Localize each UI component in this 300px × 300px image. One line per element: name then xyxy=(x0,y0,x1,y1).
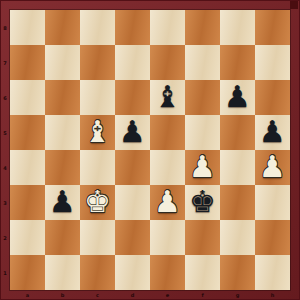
square-g3[interactable] xyxy=(220,185,255,220)
square-f3[interactable]: ♚ xyxy=(185,185,220,220)
rank-coordinates: 87654321 xyxy=(0,10,10,290)
piece-black-bishop-e6[interactable]: ♝ xyxy=(154,82,181,112)
square-c2[interactable] xyxy=(80,220,115,255)
piece-black-pawn-d5[interactable]: ♟ xyxy=(119,117,146,147)
piece-black-pawn-h5[interactable]: ♟ xyxy=(259,117,286,147)
square-g2[interactable] xyxy=(220,220,255,255)
square-f2[interactable] xyxy=(185,220,220,255)
square-f8[interactable] xyxy=(185,10,220,45)
rank-label-3: 3 xyxy=(0,185,10,220)
file-label-a: a xyxy=(10,290,45,300)
square-b2[interactable] xyxy=(45,220,80,255)
piece-white-king-c3[interactable]: ♚ xyxy=(84,187,111,217)
square-e5[interactable] xyxy=(150,115,185,150)
square-c7[interactable] xyxy=(80,45,115,80)
square-d8[interactable] xyxy=(115,10,150,45)
square-e4[interactable] xyxy=(150,150,185,185)
square-h7[interactable] xyxy=(255,45,290,80)
square-b3[interactable]: ♟ xyxy=(45,185,80,220)
piece-black-pawn-b3[interactable]: ♟ xyxy=(49,187,76,217)
rank-label-6: 6 xyxy=(0,80,10,115)
square-d6[interactable] xyxy=(115,80,150,115)
square-a1[interactable] xyxy=(10,255,45,290)
square-e7[interactable] xyxy=(150,45,185,80)
piece-white-pawn-f4[interactable]: ♟ xyxy=(189,152,216,182)
square-d5[interactable]: ♟ xyxy=(115,115,150,150)
square-d7[interactable] xyxy=(115,45,150,80)
square-h4[interactable]: ♟ xyxy=(255,150,290,185)
square-h8[interactable] xyxy=(255,10,290,45)
square-d2[interactable] xyxy=(115,220,150,255)
square-g1[interactable] xyxy=(220,255,255,290)
square-g6[interactable]: ♟ xyxy=(220,80,255,115)
piece-white-pawn-h4[interactable]: ♟ xyxy=(259,152,286,182)
square-e3[interactable]: ♟ xyxy=(150,185,185,220)
square-d1[interactable] xyxy=(115,255,150,290)
piece-black-pawn-g6[interactable]: ♟ xyxy=(224,82,251,112)
square-b4[interactable] xyxy=(45,150,80,185)
square-h1[interactable] xyxy=(255,255,290,290)
square-a5[interactable] xyxy=(10,115,45,150)
chess-board: ♝♟♝♟♟♟♟♟♚♟♚ xyxy=(10,10,290,290)
square-g7[interactable] xyxy=(220,45,255,80)
square-e8[interactable] xyxy=(150,10,185,45)
square-c8[interactable] xyxy=(80,10,115,45)
piece-white-pawn-e3[interactable]: ♟ xyxy=(154,187,181,217)
square-a8[interactable] xyxy=(10,10,45,45)
file-coordinates: abcdefgh xyxy=(10,290,290,300)
square-f1[interactable] xyxy=(185,255,220,290)
rank-label-4: 4 xyxy=(0,150,10,185)
chess-diagram: 87654321 abcdefgh ♝♟♝♟♟♟♟♟♚♟♚ xyxy=(0,0,300,300)
file-label-h: h xyxy=(255,290,290,300)
square-a3[interactable] xyxy=(10,185,45,220)
square-d4[interactable] xyxy=(115,150,150,185)
square-a2[interactable] xyxy=(10,220,45,255)
square-f6[interactable] xyxy=(185,80,220,115)
square-h6[interactable] xyxy=(255,80,290,115)
square-g4[interactable] xyxy=(220,150,255,185)
square-c6[interactable] xyxy=(80,80,115,115)
square-b8[interactable] xyxy=(45,10,80,45)
square-e6[interactable]: ♝ xyxy=(150,80,185,115)
rank-label-8: 8 xyxy=(0,10,10,45)
rank-label-7: 7 xyxy=(0,45,10,80)
square-b6[interactable] xyxy=(45,80,80,115)
file-label-e: e xyxy=(150,290,185,300)
square-e2[interactable] xyxy=(150,220,185,255)
square-b5[interactable] xyxy=(45,115,80,150)
square-h3[interactable] xyxy=(255,185,290,220)
rank-label-2: 2 xyxy=(0,220,10,255)
square-b7[interactable] xyxy=(45,45,80,80)
square-f4[interactable]: ♟ xyxy=(185,150,220,185)
file-label-c: c xyxy=(80,290,115,300)
square-c5[interactable]: ♝ xyxy=(80,115,115,150)
square-e1[interactable] xyxy=(150,255,185,290)
file-label-b: b xyxy=(45,290,80,300)
square-h2[interactable] xyxy=(255,220,290,255)
file-label-f: f xyxy=(185,290,220,300)
rank-label-5: 5 xyxy=(0,115,10,150)
square-c4[interactable] xyxy=(80,150,115,185)
file-label-d: d xyxy=(115,290,150,300)
square-h5[interactable]: ♟ xyxy=(255,115,290,150)
square-d3[interactable] xyxy=(115,185,150,220)
square-a7[interactable] xyxy=(10,45,45,80)
move-indicator xyxy=(290,1,298,9)
square-c3[interactable]: ♚ xyxy=(80,185,115,220)
piece-white-bishop-c5[interactable]: ♝ xyxy=(84,117,111,147)
square-g5[interactable] xyxy=(220,115,255,150)
square-f5[interactable] xyxy=(185,115,220,150)
square-c1[interactable] xyxy=(80,255,115,290)
square-a4[interactable] xyxy=(10,150,45,185)
square-a6[interactable] xyxy=(10,80,45,115)
rank-label-1: 1 xyxy=(0,255,10,290)
file-label-g: g xyxy=(220,290,255,300)
square-f7[interactable] xyxy=(185,45,220,80)
piece-black-king-f3[interactable]: ♚ xyxy=(189,187,216,217)
square-b1[interactable] xyxy=(45,255,80,290)
square-g8[interactable] xyxy=(220,10,255,45)
